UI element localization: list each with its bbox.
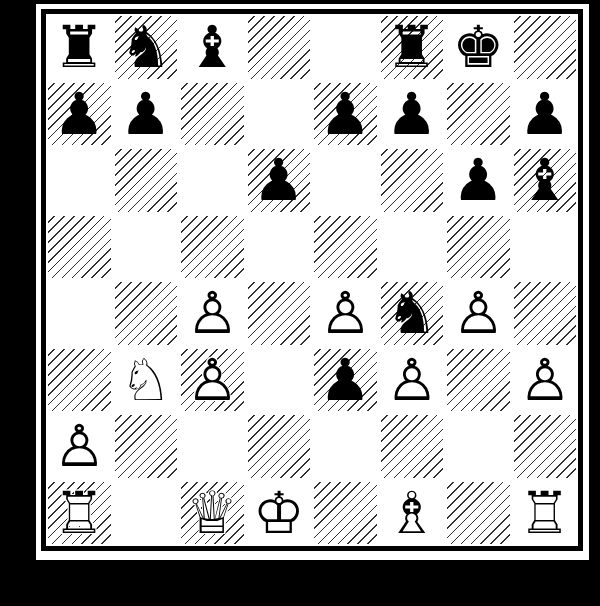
square-a6[interactable]	[46, 147, 113, 214]
white-pawn-e4[interactable]: ♟♙	[312, 280, 379, 347]
white-piece-outline: ♖	[46, 480, 113, 547]
black-king-g8[interactable]: ♚	[445, 14, 512, 81]
square-d5[interactable]	[246, 214, 313, 281]
square-e7[interactable]: ♟	[312, 81, 379, 148]
square-d8[interactable]	[246, 14, 313, 81]
square-b2[interactable]	[113, 413, 180, 480]
square-b8[interactable]: ♞	[113, 14, 180, 81]
square-d1[interactable]: ♚♔	[246, 480, 313, 547]
square-d3[interactable]	[246, 347, 313, 414]
white-pawn-a2[interactable]: ♟♙	[46, 413, 113, 480]
black-rook-a8[interactable]: ♜	[46, 14, 113, 81]
page-background: ♜♞♝♜♚♟♟♟♟♟♟♟♝♟♙♟♙♞♟♙♞♘♟♙♟♟♙♟♙♟♙♜♖♛♕♚♔♝♗♜…	[0, 0, 600, 606]
white-pawn-f3[interactable]: ♟♙	[379, 347, 446, 414]
white-piece-outline: ♗	[379, 480, 446, 547]
square-b7[interactable]: ♟	[113, 81, 180, 148]
square-a3[interactable]	[46, 347, 113, 414]
square-a7[interactable]: ♟	[46, 81, 113, 148]
square-d4[interactable]	[246, 280, 313, 347]
square-e4[interactable]: ♟♙	[312, 280, 379, 347]
white-pawn-c3[interactable]: ♟♙	[179, 347, 246, 414]
square-e8[interactable]	[312, 14, 379, 81]
square-b1[interactable]	[113, 480, 180, 547]
square-f3[interactable]: ♟♙	[379, 347, 446, 414]
white-piece-outline: ♔	[246, 480, 313, 547]
chess-board-panel: ♜♞♝♜♚♟♟♟♟♟♟♟♝♟♙♟♙♞♟♙♞♘♟♙♟♟♙♟♙♟♙♜♖♛♕♚♔♝♗♜…	[36, 4, 589, 560]
square-h4[interactable]	[512, 280, 579, 347]
square-b6[interactable]	[113, 147, 180, 214]
square-a2[interactable]: ♟♙	[46, 413, 113, 480]
square-g7[interactable]	[445, 81, 512, 148]
white-pawn-g4[interactable]: ♟♙	[445, 280, 512, 347]
square-a1[interactable]: ♜♖	[46, 480, 113, 547]
square-e3[interactable]: ♟	[312, 347, 379, 414]
square-c6[interactable]	[179, 147, 246, 214]
black-bishop-h6[interactable]: ♝	[512, 147, 579, 214]
white-piece-outline: ♖	[512, 480, 579, 547]
square-f6[interactable]	[379, 147, 446, 214]
square-f4[interactable]: ♞	[379, 280, 446, 347]
square-g2[interactable]	[445, 413, 512, 480]
white-queen-c1[interactable]: ♛♕	[179, 480, 246, 547]
white-piece-outline: ♙	[179, 280, 246, 347]
black-pawn-b7[interactable]: ♟	[113, 81, 180, 148]
square-c1[interactable]: ♛♕	[179, 480, 246, 547]
square-c4[interactable]: ♟♙	[179, 280, 246, 347]
white-piece-outline: ♙	[312, 280, 379, 347]
square-h7[interactable]: ♟	[512, 81, 579, 148]
square-h6[interactable]: ♝	[512, 147, 579, 214]
square-e5[interactable]	[312, 214, 379, 281]
white-pawn-c4[interactable]: ♟♙	[179, 280, 246, 347]
black-rook-f8[interactable]: ♜	[379, 14, 446, 81]
black-pawn-d6[interactable]: ♟	[246, 147, 313, 214]
chess-board: ♜♞♝♜♚♟♟♟♟♟♟♟♝♟♙♟♙♞♟♙♞♘♟♙♟♟♙♟♙♟♙♜♖♛♕♚♔♝♗♜…	[46, 14, 578, 546]
square-b5[interactable]	[113, 214, 180, 281]
square-f5[interactable]	[379, 214, 446, 281]
square-g1[interactable]	[445, 480, 512, 547]
board-frame: ♜♞♝♜♚♟♟♟♟♟♟♟♝♟♙♟♙♞♟♙♞♘♟♙♟♟♙♟♙♟♙♜♖♛♕♚♔♝♗♜…	[41, 9, 583, 551]
white-piece-outline: ♙	[512, 347, 579, 414]
square-h3[interactable]: ♟♙	[512, 347, 579, 414]
white-piece-outline: ♙	[179, 347, 246, 414]
square-c2[interactable]	[179, 413, 246, 480]
black-pawn-e3[interactable]: ♟	[312, 347, 379, 414]
black-pawn-g6[interactable]: ♟	[445, 147, 512, 214]
square-d7[interactable]	[246, 81, 313, 148]
square-h8[interactable]	[512, 14, 579, 81]
black-knight-f4[interactable]: ♞	[379, 280, 446, 347]
square-a8[interactable]: ♜	[46, 14, 113, 81]
square-b3[interactable]: ♞♘	[113, 347, 180, 414]
white-piece-outline: ♘	[113, 347, 180, 414]
square-d6[interactable]: ♟	[246, 147, 313, 214]
square-g6[interactable]: ♟	[445, 147, 512, 214]
square-c8[interactable]: ♝	[179, 14, 246, 81]
black-pawn-a7[interactable]: ♟	[46, 81, 113, 148]
black-pawn-f7[interactable]: ♟	[379, 81, 446, 148]
white-rook-h1[interactable]: ♜♖	[512, 480, 579, 547]
white-king-d1[interactable]: ♚♔	[246, 480, 313, 547]
square-h5[interactable]	[512, 214, 579, 281]
square-g4[interactable]: ♟♙	[445, 280, 512, 347]
white-pawn-h3[interactable]: ♟♙	[512, 347, 579, 414]
black-bishop-c8[interactable]: ♝	[179, 14, 246, 81]
square-a5[interactable]	[46, 214, 113, 281]
square-c5[interactable]	[179, 214, 246, 281]
square-f2[interactable]	[379, 413, 446, 480]
square-f7[interactable]: ♟	[379, 81, 446, 148]
white-piece-outline: ♙	[46, 413, 113, 480]
square-e6[interactable]	[312, 147, 379, 214]
white-bishop-f1[interactable]: ♝♗	[379, 480, 446, 547]
square-c7[interactable]	[179, 81, 246, 148]
square-f1[interactable]: ♝♗	[379, 480, 446, 547]
square-h1[interactable]: ♜♖	[512, 480, 579, 547]
square-f8[interactable]: ♜	[379, 14, 446, 81]
black-pawn-e7[interactable]: ♟	[312, 81, 379, 148]
square-h2[interactable]	[512, 413, 579, 480]
square-a4[interactable]	[46, 280, 113, 347]
square-b4[interactable]	[113, 280, 180, 347]
square-e1[interactable]	[312, 480, 379, 547]
white-piece-outline: ♕	[179, 480, 246, 547]
square-g8[interactable]: ♚	[445, 14, 512, 81]
white-piece-outline: ♙	[379, 347, 446, 414]
square-d2[interactable]	[246, 413, 313, 480]
black-pawn-h7[interactable]: ♟	[512, 81, 579, 148]
square-g5[interactable]	[445, 214, 512, 281]
white-rook-a1[interactable]: ♜♖	[46, 480, 113, 547]
square-e2[interactable]	[312, 413, 379, 480]
white-piece-outline: ♙	[445, 280, 512, 347]
square-c3[interactable]: ♟♙	[179, 347, 246, 414]
white-knight-b3[interactable]: ♞♘	[113, 347, 180, 414]
black-knight-b8[interactable]: ♞	[113, 14, 180, 81]
square-g3[interactable]	[445, 347, 512, 414]
